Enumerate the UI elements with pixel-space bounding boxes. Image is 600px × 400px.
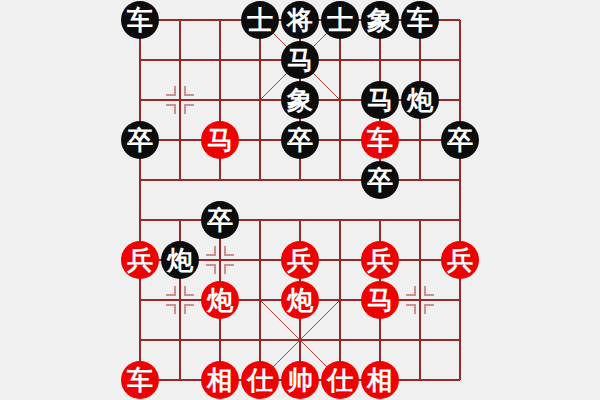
piece-black-elephant[interactable]: 象 xyxy=(361,1,399,39)
piece-red-elephant[interactable]: 相 xyxy=(361,361,399,399)
piece-black-chariot[interactable]: 车 xyxy=(121,1,159,39)
piece-black-soldier[interactable]: 卒 xyxy=(201,201,239,239)
piece-red-soldier[interactable]: 兵 xyxy=(281,241,319,279)
piece-black-cannon[interactable]: 炮 xyxy=(401,81,439,119)
piece-black-horse[interactable]: 马 xyxy=(361,81,399,119)
piece-red-advisor[interactable]: 仕 xyxy=(241,361,279,399)
piece-red-chariot[interactable]: 车 xyxy=(361,121,399,159)
piece-red-general[interactable]: 帅 xyxy=(281,361,319,399)
piece-black-advisor[interactable]: 士 xyxy=(241,1,279,39)
piece-black-elephant[interactable]: 象 xyxy=(281,81,319,119)
piece-red-chariot[interactable]: 车 xyxy=(121,361,159,399)
piece-black-cannon[interactable]: 炮 xyxy=(161,241,199,279)
piece-black-horse[interactable]: 马 xyxy=(281,41,319,79)
piece-red-cannon[interactable]: 炮 xyxy=(201,281,239,319)
piece-black-soldier[interactable]: 卒 xyxy=(441,121,479,159)
piece-red-soldier[interactable]: 兵 xyxy=(121,241,159,279)
xiangqi-board: 车士将士象车马象马炮卒马卒车卒卒卒兵炮兵兵兵炮炮马车相仕帅仕相 xyxy=(0,0,600,400)
piece-black-soldier[interactable]: 卒 xyxy=(121,121,159,159)
piece-black-advisor[interactable]: 士 xyxy=(321,1,359,39)
piece-red-soldier[interactable]: 兵 xyxy=(361,241,399,279)
piece-red-soldier[interactable]: 兵 xyxy=(441,241,479,279)
piece-red-cannon[interactable]: 炮 xyxy=(281,281,319,319)
piece-black-soldier[interactable]: 卒 xyxy=(361,161,399,199)
piece-red-advisor[interactable]: 仕 xyxy=(321,361,359,399)
piece-black-general[interactable]: 将 xyxy=(281,1,319,39)
piece-red-horse[interactable]: 马 xyxy=(361,281,399,319)
piece-red-horse[interactable]: 马 xyxy=(201,121,239,159)
piece-grid[interactable]: 车士将士象车马象马炮卒马卒车卒卒卒兵炮兵兵兵炮炮马车相仕帅仕相 xyxy=(120,0,480,400)
piece-red-elephant[interactable]: 相 xyxy=(201,361,239,399)
piece-black-chariot[interactable]: 车 xyxy=(401,1,439,39)
piece-black-soldier[interactable]: 卒 xyxy=(281,121,319,159)
